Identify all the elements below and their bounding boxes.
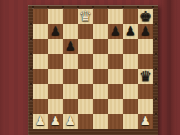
square-f2[interactable]	[108, 99, 123, 114]
square-a5[interactable]	[33, 54, 48, 69]
frame-stud-icon	[30, 98, 32, 100]
board-squares: ♛♚♟♟♟♟♟♛♟♟♟♟	[33, 9, 153, 129]
frame-stud-icon	[107, 6, 109, 8]
square-b7[interactable]: ♟	[48, 24, 63, 39]
frame-stud-icon	[62, 6, 64, 8]
square-h2[interactable]	[138, 99, 153, 114]
square-h5[interactable]	[138, 54, 153, 69]
square-e1[interactable]	[93, 114, 108, 129]
square-e6[interactable]	[93, 39, 108, 54]
square-a6[interactable]	[33, 39, 48, 54]
square-d5[interactable]	[78, 54, 93, 69]
square-h1[interactable]: ♟	[138, 114, 153, 129]
square-f8[interactable]	[108, 9, 123, 24]
square-f1[interactable]	[108, 114, 123, 129]
frame-stud-icon	[155, 68, 157, 70]
square-g5[interactable]	[123, 54, 138, 69]
square-c8[interactable]	[63, 9, 78, 24]
square-h3[interactable]	[138, 84, 153, 99]
square-h4[interactable]: ♛	[138, 69, 153, 84]
square-b3[interactable]	[48, 84, 63, 99]
square-b5[interactable]	[48, 54, 63, 69]
piece-white-pawn-b1[interactable]: ♟	[48, 114, 63, 129]
frame-stud-icon	[30, 113, 32, 115]
square-g8[interactable]	[123, 9, 138, 24]
frame-stud-icon	[122, 6, 124, 8]
piece-black-pawn-b7[interactable]: ♟	[48, 24, 63, 39]
square-c2[interactable]	[63, 99, 78, 114]
frame-stud-icon	[32, 6, 34, 8]
frame-stud-icon	[30, 38, 32, 40]
frame-stud-icon	[155, 53, 157, 55]
square-c7[interactable]	[63, 24, 78, 39]
frame-stud-icon	[47, 6, 49, 8]
square-f4[interactable]	[108, 69, 123, 84]
square-e7[interactable]	[93, 24, 108, 39]
frame-stud-icon	[155, 83, 157, 85]
square-b6[interactable]	[48, 39, 63, 54]
frame-stud-icon	[30, 68, 32, 70]
square-g2[interactable]	[123, 99, 138, 114]
piece-white-queen-d8[interactable]: ♛	[78, 9, 93, 24]
square-e3[interactable]	[93, 84, 108, 99]
chess-board: ♛♚♟♟♟♟♟♛♟♟♟♟	[28, 5, 158, 135]
piece-black-queen-h4[interactable]: ♛	[138, 69, 153, 84]
piece-white-pawn-a1[interactable]: ♟	[33, 114, 48, 129]
piece-black-king-h8[interactable]: ♚	[138, 9, 153, 24]
piece-black-pawn-g7[interactable]: ♟	[123, 24, 138, 39]
square-d1[interactable]	[78, 114, 93, 129]
square-c1[interactable]: ♟	[63, 114, 78, 129]
square-d2[interactable]	[78, 99, 93, 114]
square-e4[interactable]	[93, 69, 108, 84]
square-e8[interactable]	[93, 9, 108, 24]
square-f7[interactable]: ♟	[108, 24, 123, 39]
frame-stud-icon	[92, 6, 94, 8]
piece-white-pawn-h1[interactable]: ♟	[138, 114, 153, 129]
piece-white-pawn-c1[interactable]: ♟	[63, 114, 78, 129]
frame-stud-icon	[137, 6, 139, 8]
frame-stud-icon	[30, 53, 32, 55]
square-d7[interactable]	[78, 24, 93, 39]
piece-black-pawn-h7[interactable]: ♟	[138, 24, 153, 39]
square-g3[interactable]	[123, 84, 138, 99]
square-h8[interactable]: ♚	[138, 9, 153, 24]
frame-stud-icon	[155, 23, 157, 25]
square-d8[interactable]: ♛	[78, 9, 93, 24]
square-c4[interactable]	[63, 69, 78, 84]
square-c6[interactable]: ♟	[63, 39, 78, 54]
square-a4[interactable]	[33, 69, 48, 84]
square-c5[interactable]	[63, 54, 78, 69]
square-h7[interactable]: ♟	[138, 24, 153, 39]
square-e2[interactable]	[93, 99, 108, 114]
square-a2[interactable]	[33, 99, 48, 114]
frame-stud-icon	[155, 38, 157, 40]
frame-stud-icon	[155, 113, 157, 115]
square-d4[interactable]	[78, 69, 93, 84]
square-b1[interactable]: ♟	[48, 114, 63, 129]
square-b8[interactable]	[48, 9, 63, 24]
frame-stud-icon	[77, 6, 79, 8]
app-background: ♛♚♟♟♟♟♟♛♟♟♟♟	[0, 0, 180, 135]
square-g4[interactable]	[123, 69, 138, 84]
frame-stud-icon	[30, 83, 32, 85]
square-f6[interactable]	[108, 39, 123, 54]
square-f5[interactable]	[108, 54, 123, 69]
square-a7[interactable]	[33, 24, 48, 39]
square-a8[interactable]	[33, 9, 48, 24]
square-d3[interactable]	[78, 84, 93, 99]
square-g6[interactable]	[123, 39, 138, 54]
square-a1[interactable]: ♟	[33, 114, 48, 129]
square-g1[interactable]	[123, 114, 138, 129]
frame-stud-icon	[155, 98, 157, 100]
frame-stud-icon	[30, 23, 32, 25]
square-h6[interactable]	[138, 39, 153, 54]
square-f3[interactable]	[108, 84, 123, 99]
square-b4[interactable]	[48, 69, 63, 84]
piece-black-pawn-c6[interactable]: ♟	[63, 39, 78, 54]
square-b2[interactable]	[48, 99, 63, 114]
square-c3[interactable]	[63, 84, 78, 99]
square-g7[interactable]: ♟	[123, 24, 138, 39]
square-d6[interactable]	[78, 39, 93, 54]
piece-black-pawn-f7[interactable]: ♟	[108, 24, 123, 39]
square-a3[interactable]	[33, 84, 48, 99]
frame-stud-icon	[152, 6, 154, 8]
square-e5[interactable]	[93, 54, 108, 69]
